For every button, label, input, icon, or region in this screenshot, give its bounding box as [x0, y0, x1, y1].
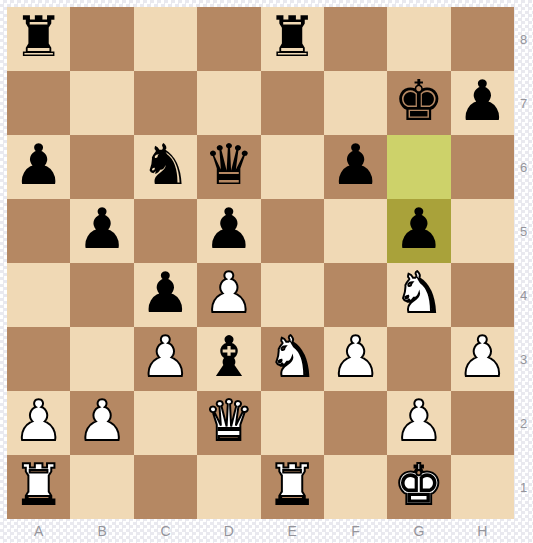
- square-e8[interactable]: ♜: [261, 7, 324, 71]
- square-f4[interactable]: [324, 263, 387, 327]
- square-g5[interactable]: ♟: [387, 199, 450, 263]
- square-h3[interactable]: ♟: [451, 327, 514, 391]
- chess-board: ♜♜♚♟♟♞♛♟♟♟♟♟♟♞♟♝♞♟♟♟♟♛♟♜♜♚: [7, 7, 514, 519]
- square-b3[interactable]: [70, 327, 133, 391]
- square-d7[interactable]: [197, 71, 260, 135]
- file-label-h: H: [451, 519, 514, 543]
- piece-bb[interactable]: ♝: [204, 329, 254, 385]
- piece-wp[interactable]: ♟: [394, 393, 444, 449]
- square-c7[interactable]: [134, 71, 197, 135]
- square-a3[interactable]: [7, 327, 70, 391]
- square-f2[interactable]: [324, 391, 387, 455]
- rank-label-5: 5: [514, 199, 533, 263]
- square-d4[interactable]: ♟: [197, 263, 260, 327]
- square-b6[interactable]: [70, 135, 133, 199]
- square-f1[interactable]: [324, 455, 387, 519]
- square-d6[interactable]: ♛: [197, 135, 260, 199]
- rank-label-7: 7: [514, 71, 533, 135]
- file-label-e: E: [261, 519, 324, 543]
- square-a5[interactable]: [7, 199, 70, 263]
- square-f3[interactable]: ♟: [324, 327, 387, 391]
- piece-wk[interactable]: ♚: [394, 457, 444, 513]
- piece-bp[interactable]: ♟: [394, 201, 444, 257]
- piece-wp[interactable]: ♟: [77, 393, 127, 449]
- square-g8[interactable]: [387, 7, 450, 71]
- square-b2[interactable]: ♟: [70, 391, 133, 455]
- piece-wr[interactable]: ♜: [14, 457, 64, 513]
- square-g6[interactable]: [387, 135, 450, 199]
- rank-label-1: 1: [514, 455, 533, 519]
- square-h2[interactable]: [451, 391, 514, 455]
- piece-br[interactable]: ♜: [267, 9, 317, 65]
- piece-wq[interactable]: ♛: [204, 393, 254, 449]
- square-c4[interactable]: ♟: [134, 263, 197, 327]
- square-e3[interactable]: ♞: [261, 327, 324, 391]
- square-c5[interactable]: [134, 199, 197, 263]
- piece-bp[interactable]: ♟: [204, 201, 254, 257]
- square-g2[interactable]: ♟: [387, 391, 450, 455]
- file-label-f: F: [324, 519, 387, 543]
- file-label-c: C: [134, 519, 197, 543]
- piece-bp[interactable]: ♟: [330, 137, 380, 193]
- square-c2[interactable]: [134, 391, 197, 455]
- chess-app: ♜♜♚♟♟♞♛♟♟♟♟♟♟♞♟♝♞♟♟♟♟♛♟♜♜♚ 87654321 ABCD…: [0, 0, 533, 543]
- square-d8[interactable]: [197, 7, 260, 71]
- square-h5[interactable]: [451, 199, 514, 263]
- square-g3[interactable]: [387, 327, 450, 391]
- square-g7[interactable]: ♚: [387, 71, 450, 135]
- square-h7[interactable]: ♟: [451, 71, 514, 135]
- file-label-g: G: [387, 519, 450, 543]
- piece-wn[interactable]: ♞: [394, 265, 444, 321]
- square-d1[interactable]: [197, 455, 260, 519]
- rank-label-3: 3: [514, 327, 533, 391]
- square-d2[interactable]: ♛: [197, 391, 260, 455]
- square-e5[interactable]: [261, 199, 324, 263]
- square-b5[interactable]: ♟: [70, 199, 133, 263]
- rank-label-4: 4: [514, 263, 533, 327]
- piece-bq[interactable]: ♛: [204, 137, 254, 193]
- square-g1[interactable]: ♚: [387, 455, 450, 519]
- square-a6[interactable]: ♟: [7, 135, 70, 199]
- piece-wp[interactable]: ♟: [140, 329, 190, 385]
- piece-wp[interactable]: ♟: [204, 265, 254, 321]
- piece-bp[interactable]: ♟: [457, 73, 507, 129]
- square-d3[interactable]: ♝: [197, 327, 260, 391]
- file-label-a: A: [7, 519, 70, 543]
- square-e1[interactable]: ♜: [261, 455, 324, 519]
- piece-wn[interactable]: ♞: [267, 329, 317, 385]
- file-labels: ABCDEFGH: [7, 519, 514, 543]
- square-e4[interactable]: [261, 263, 324, 327]
- square-f5[interactable]: [324, 199, 387, 263]
- piece-wp[interactable]: ♟: [330, 329, 380, 385]
- square-b4[interactable]: [70, 263, 133, 327]
- square-h4[interactable]: [451, 263, 514, 327]
- file-label-d: D: [197, 519, 260, 543]
- piece-bk[interactable]: ♚: [394, 73, 444, 129]
- square-c8[interactable]: [134, 7, 197, 71]
- square-d5[interactable]: ♟: [197, 199, 260, 263]
- square-b8[interactable]: [70, 7, 133, 71]
- square-a2[interactable]: ♟: [7, 391, 70, 455]
- square-c6[interactable]: ♞: [134, 135, 197, 199]
- square-a4[interactable]: [7, 263, 70, 327]
- piece-br[interactable]: ♜: [14, 9, 64, 65]
- piece-bp[interactable]: ♟: [140, 265, 190, 321]
- square-f8[interactable]: [324, 7, 387, 71]
- file-label-b: B: [70, 519, 133, 543]
- rank-label-8: 8: [514, 7, 533, 71]
- square-h1[interactable]: [451, 455, 514, 519]
- square-h6[interactable]: [451, 135, 514, 199]
- square-e2[interactable]: [261, 391, 324, 455]
- rank-label-6: 6: [514, 135, 533, 199]
- square-a1[interactable]: ♜: [7, 455, 70, 519]
- square-g4[interactable]: ♞: [387, 263, 450, 327]
- square-a8[interactable]: ♜: [7, 7, 70, 71]
- piece-wr[interactable]: ♜: [267, 457, 317, 513]
- piece-bp[interactable]: ♟: [14, 137, 64, 193]
- piece-wp[interactable]: ♟: [457, 329, 507, 385]
- square-a7[interactable]: [7, 71, 70, 135]
- piece-wp[interactable]: ♟: [14, 393, 64, 449]
- piece-bn[interactable]: ♞: [140, 137, 190, 193]
- square-f6[interactable]: ♟: [324, 135, 387, 199]
- square-b7[interactable]: [70, 71, 133, 135]
- square-c1[interactable]: [134, 455, 197, 519]
- square-b1[interactable]: [70, 455, 133, 519]
- square-e7[interactable]: [261, 71, 324, 135]
- square-e6[interactable]: [261, 135, 324, 199]
- square-c3[interactable]: ♟: [134, 327, 197, 391]
- rank-labels: 87654321: [514, 7, 533, 519]
- piece-bp[interactable]: ♟: [77, 201, 127, 257]
- square-f7[interactable]: [324, 71, 387, 135]
- rank-label-2: 2: [514, 391, 533, 455]
- square-h8[interactable]: [451, 7, 514, 71]
